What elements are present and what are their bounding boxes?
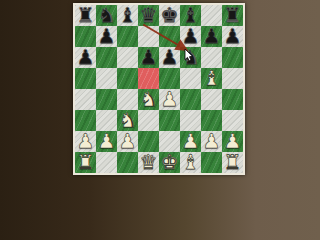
square-h5[interactable] (222, 68, 243, 89)
piece-white-pawn[interactable]: ♟ (224, 131, 242, 152)
square-c8[interactable]: ♝ (117, 5, 138, 26)
square-a8[interactable]: ♜ (75, 5, 96, 26)
piece-white-pawn[interactable]: ♟ (77, 131, 95, 152)
square-f1[interactable]: ♝ (180, 152, 201, 173)
square-c1[interactable] (117, 152, 138, 173)
square-h7[interactable]: ♟ (222, 26, 243, 47)
square-g1[interactable] (201, 152, 222, 173)
square-h1[interactable]: ♜ (222, 152, 243, 173)
square-f5[interactable] (180, 68, 201, 89)
piece-white-pawn[interactable]: ♟ (182, 131, 200, 152)
piece-white-rook[interactable]: ♜ (224, 152, 242, 173)
square-h4[interactable] (222, 89, 243, 110)
square-d8[interactable]: ♛ (138, 5, 159, 26)
piece-black-bishop[interactable]: ♝ (182, 5, 200, 26)
piece-white-pawn[interactable]: ♟ (119, 131, 137, 152)
piece-black-knight[interactable]: ♞ (98, 5, 116, 26)
square-b1[interactable] (96, 152, 117, 173)
piece-white-knight[interactable]: ♞ (119, 110, 137, 131)
square-e3[interactable] (159, 110, 180, 131)
piece-white-rook[interactable]: ♜ (77, 152, 95, 173)
piece-white-bishop[interactable]: ♝ (182, 152, 200, 173)
square-c5[interactable] (117, 68, 138, 89)
square-a4[interactable] (75, 89, 96, 110)
square-e6[interactable]: ♟ (159, 47, 180, 68)
piece-black-pawn[interactable]: ♟ (203, 26, 221, 47)
square-a6[interactable]: ♟ (75, 47, 96, 68)
piece-black-king[interactable]: ♚ (161, 5, 179, 26)
square-c7[interactable] (117, 26, 138, 47)
piece-black-pawn[interactable]: ♟ (224, 26, 242, 47)
square-h6[interactable] (222, 47, 243, 68)
square-f4[interactable] (180, 89, 201, 110)
square-e1[interactable]: ♚ (159, 152, 180, 173)
board-grid[interactable]: ♜♞♝♛♚♝♜♟♟♟♟♟♟♟♞♝♞♟♞♟♟♟♟♟♟♜♛♚♝♜ (75, 5, 243, 173)
piece-black-pawn[interactable]: ♟ (140, 47, 158, 68)
square-d4[interactable]: ♞ (138, 89, 159, 110)
piece-black-rook[interactable]: ♜ (77, 5, 95, 26)
square-b7[interactable]: ♟ (96, 26, 117, 47)
square-g7[interactable]: ♟ (201, 26, 222, 47)
piece-black-pawn[interactable]: ♟ (161, 47, 179, 68)
square-b6[interactable] (96, 47, 117, 68)
piece-black-pawn[interactable]: ♟ (77, 47, 95, 68)
square-d3[interactable] (138, 110, 159, 131)
piece-white-knight[interactable]: ♞ (140, 89, 158, 110)
square-e8[interactable]: ♚ (159, 5, 180, 26)
piece-white-queen[interactable]: ♛ (140, 152, 158, 173)
piece-black-bishop[interactable]: ♝ (119, 5, 137, 26)
square-d6[interactable]: ♟ (138, 47, 159, 68)
square-g2[interactable]: ♟ (201, 131, 222, 152)
square-g4[interactable] (201, 89, 222, 110)
square-c6[interactable] (117, 47, 138, 68)
square-b2[interactable]: ♟ (96, 131, 117, 152)
square-b4[interactable] (96, 89, 117, 110)
piece-black-queen[interactable]: ♛ (140, 5, 158, 26)
piece-white-pawn[interactable]: ♟ (161, 89, 179, 110)
square-b5[interactable] (96, 68, 117, 89)
square-g5[interactable]: ♝ (201, 68, 222, 89)
square-a5[interactable] (75, 68, 96, 89)
chess-board[interactable]: ♜♞♝♛♚♝♜♟♟♟♟♟♟♟♞♝♞♟♞♟♟♟♟♟♟♜♛♚♝♜ (73, 3, 245, 175)
square-f6[interactable]: ♞ (180, 47, 201, 68)
piece-black-pawn[interactable]: ♟ (182, 26, 200, 47)
square-c2[interactable]: ♟ (117, 131, 138, 152)
piece-white-pawn[interactable]: ♟ (98, 131, 116, 152)
piece-black-knight[interactable]: ♞ (182, 47, 200, 68)
square-a1[interactable]: ♜ (75, 152, 96, 173)
piece-black-pawn[interactable]: ♟ (98, 26, 116, 47)
piece-white-bishop[interactable]: ♝ (203, 68, 221, 89)
piece-black-rook[interactable]: ♜ (224, 5, 242, 26)
square-e4[interactable]: ♟ (159, 89, 180, 110)
piece-white-pawn[interactable]: ♟ (203, 131, 221, 152)
piece-white-king[interactable]: ♚ (161, 152, 179, 173)
square-d1[interactable]: ♛ (138, 152, 159, 173)
